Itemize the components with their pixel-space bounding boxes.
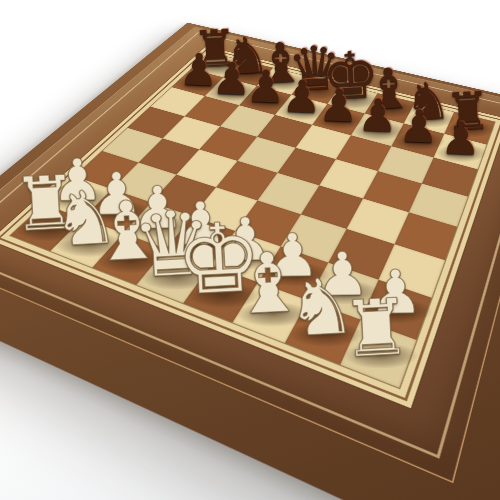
photo-backdrop: ♜♞♝♛♚♝♞♜♟♟♟♟♟♟♟♟♟♟♟♟♟♟♟♟♜♞♝♛♚♝♞♜ (0, 0, 500, 500)
